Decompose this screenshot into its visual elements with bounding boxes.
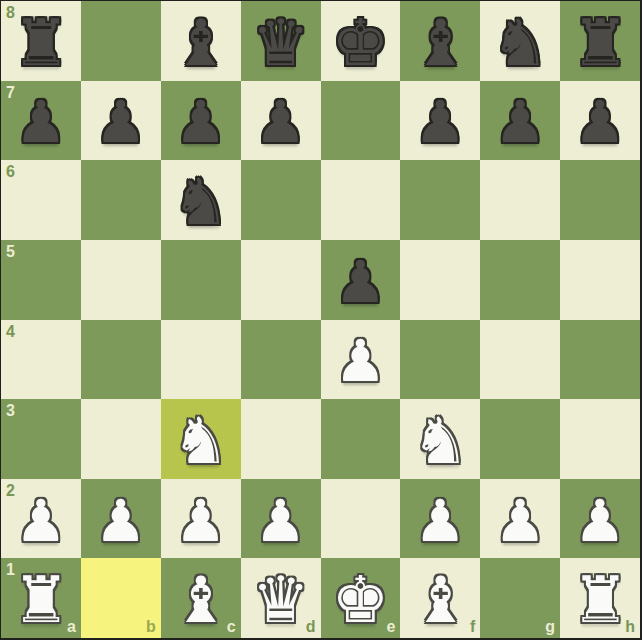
white-queen[interactable]: ♛ (252, 568, 309, 632)
square-b3[interactable] (81, 399, 161, 479)
black-pawn[interactable]: ♟ (494, 93, 546, 151)
black-bishop[interactable]: ♝ (412, 11, 469, 75)
square-f1[interactable]: f♝ (400, 558, 480, 638)
square-f3[interactable]: ♞ (400, 399, 480, 479)
square-a8[interactable]: 8♜ (1, 1, 81, 81)
white-pawn[interactable]: ♟ (15, 492, 67, 550)
square-g7[interactable]: ♟ (480, 81, 560, 161)
square-d4[interactable] (241, 320, 321, 400)
white-rook[interactable]: ♜ (12, 568, 69, 632)
white-king[interactable]: ♚ (332, 568, 389, 632)
square-e7[interactable] (321, 81, 401, 161)
square-h8[interactable]: ♜ (560, 1, 640, 81)
square-e3[interactable] (321, 399, 401, 479)
black-queen[interactable]: ♛ (252, 11, 309, 75)
square-d7[interactable]: ♟ (241, 81, 321, 161)
square-b7[interactable]: ♟ (81, 81, 161, 161)
black-rook[interactable]: ♜ (12, 11, 69, 75)
square-a4[interactable]: 4 (1, 320, 81, 400)
rank-label-7: 7 (6, 85, 15, 101)
square-e8[interactable]: ♚ (321, 1, 401, 81)
black-pawn[interactable]: ♟ (95, 93, 147, 151)
square-f5[interactable] (400, 240, 480, 320)
rank-label-2: 2 (6, 483, 15, 499)
file-label-f: f (470, 619, 475, 635)
rank-label-6: 6 (6, 164, 15, 180)
white-pawn[interactable]: ♟ (574, 492, 626, 550)
white-pawn[interactable]: ♟ (414, 492, 466, 550)
rank-label-5: 5 (6, 244, 15, 260)
square-a6[interactable]: 6 (1, 160, 81, 240)
square-d5[interactable] (241, 240, 321, 320)
square-d2[interactable]: ♟ (241, 479, 321, 559)
square-f7[interactable]: ♟ (400, 81, 480, 161)
white-bishop[interactable]: ♝ (172, 568, 229, 632)
square-g6[interactable] (480, 160, 560, 240)
square-g8[interactable]: ♞ (480, 1, 560, 81)
square-e4[interactable]: ♟ (321, 320, 401, 400)
black-knight[interactable]: ♞ (172, 170, 229, 234)
square-a7[interactable]: 7♟ (1, 81, 81, 161)
square-c7[interactable]: ♟ (161, 81, 241, 161)
square-a1[interactable]: 1a♜ (1, 558, 81, 638)
file-label-g: g (545, 619, 555, 635)
square-e2[interactable] (321, 479, 401, 559)
square-c6[interactable]: ♞ (161, 160, 241, 240)
square-h1[interactable]: h♜ (560, 558, 640, 638)
square-g4[interactable] (480, 320, 560, 400)
square-b8[interactable] (81, 1, 161, 81)
white-knight[interactable]: ♞ (412, 409, 469, 473)
square-g2[interactable]: ♟ (480, 479, 560, 559)
rank-label-4: 4 (6, 324, 15, 340)
square-b5[interactable] (81, 240, 161, 320)
square-c4[interactable] (161, 320, 241, 400)
square-h6[interactable] (560, 160, 640, 240)
square-h5[interactable] (560, 240, 640, 320)
square-c1[interactable]: c♝ (161, 558, 241, 638)
black-pawn[interactable]: ♟ (255, 93, 307, 151)
square-c3[interactable]: ♞ (161, 399, 241, 479)
square-h3[interactable] (560, 399, 640, 479)
square-a2[interactable]: 2♟ (1, 479, 81, 559)
black-pawn[interactable]: ♟ (414, 93, 466, 151)
square-d3[interactable] (241, 399, 321, 479)
black-pawn[interactable]: ♟ (175, 93, 227, 151)
square-b6[interactable] (81, 160, 161, 240)
white-bishop[interactable]: ♝ (412, 568, 469, 632)
square-e1[interactable]: e♚ (321, 558, 401, 638)
rank-label-3: 3 (6, 403, 15, 419)
square-f8[interactable]: ♝ (400, 1, 480, 81)
square-c5[interactable] (161, 240, 241, 320)
square-b4[interactable] (81, 320, 161, 400)
black-rook[interactable]: ♜ (571, 11, 628, 75)
black-knight[interactable]: ♞ (492, 11, 549, 75)
square-b2[interactable]: ♟ (81, 479, 161, 559)
square-g3[interactable] (480, 399, 560, 479)
square-g1[interactable]: g (480, 558, 560, 638)
square-e6[interactable] (321, 160, 401, 240)
square-e5[interactable]: ♟ (321, 240, 401, 320)
black-pawn[interactable]: ♟ (574, 93, 626, 151)
black-king[interactable]: ♚ (332, 11, 389, 75)
square-a3[interactable]: 3 (1, 399, 81, 479)
white-pawn[interactable]: ♟ (95, 492, 147, 550)
white-pawn[interactable]: ♟ (175, 492, 227, 550)
square-f2[interactable]: ♟ (400, 479, 480, 559)
square-f4[interactable] (400, 320, 480, 400)
square-a5[interactable]: 5 (1, 240, 81, 320)
square-c2[interactable]: ♟ (161, 479, 241, 559)
square-b1[interactable]: b (81, 558, 161, 638)
square-d1[interactable]: d♛ (241, 558, 321, 638)
white-pawn[interactable]: ♟ (334, 332, 386, 390)
white-pawn[interactable]: ♟ (494, 492, 546, 550)
black-bishop[interactable]: ♝ (172, 11, 229, 75)
white-pawn[interactable]: ♟ (255, 492, 307, 550)
square-d6[interactable] (241, 160, 321, 240)
black-pawn[interactable]: ♟ (334, 253, 386, 311)
square-h4[interactable] (560, 320, 640, 400)
white-rook[interactable]: ♜ (571, 568, 628, 632)
square-c8[interactable]: ♝ (161, 1, 241, 81)
file-label-b: b (146, 619, 156, 635)
square-g5[interactable] (480, 240, 560, 320)
chess-board: 8♜♝♛♚♝♞♜7♟♟♟♟♟♟♟6♞5♟4♟3♞♞2♟♟♟♟♟♟♟1a♜bc♝d… (0, 0, 642, 640)
square-h2[interactable]: ♟ (560, 479, 640, 559)
square-f6[interactable] (400, 160, 480, 240)
square-h7[interactable]: ♟ (560, 81, 640, 161)
white-knight[interactable]: ♞ (172, 409, 229, 473)
black-pawn[interactable]: ♟ (15, 93, 67, 151)
square-d8[interactable]: ♛ (241, 1, 321, 81)
